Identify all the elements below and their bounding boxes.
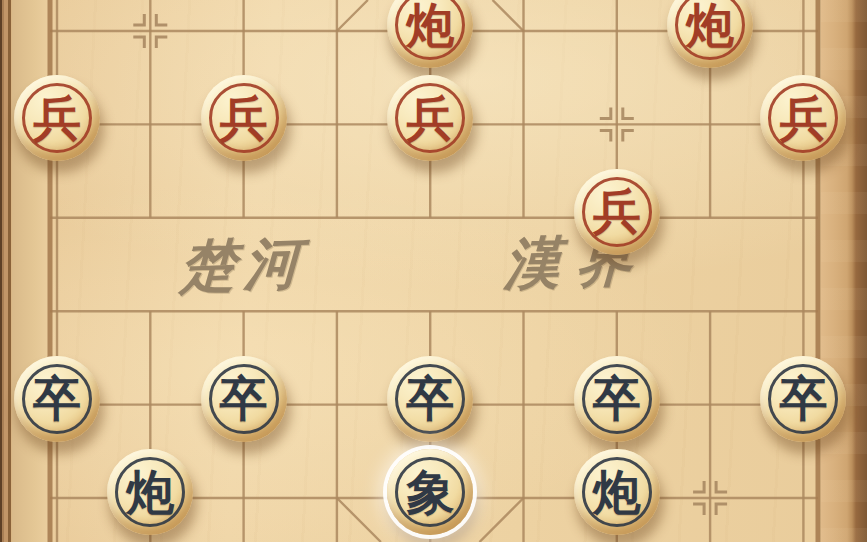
piece-glyph: 卒 — [201, 356, 287, 442]
xiangqi-board[interactable]: 楚河 漢界 炮炮兵兵兵兵兵卒卒卒卒卒炮象炮 — [0, 0, 867, 542]
piece-black-soldier[interactable]: 卒 — [387, 356, 473, 442]
piece-glyph: 兵 — [387, 75, 473, 161]
piece-glyph: 卒 — [14, 356, 100, 442]
piece-glyph: 兵 — [14, 75, 100, 161]
piece-glyph: 卒 — [387, 356, 473, 442]
piece-red-soldier[interactable]: 兵 — [14, 75, 100, 161]
piece-red-soldier[interactable]: 兵 — [387, 75, 473, 161]
piece-glyph: 炮 — [387, 0, 473, 68]
piece-black-soldier[interactable]: 卒 — [574, 356, 660, 442]
piece-glyph: 炮 — [574, 449, 660, 535]
piece-glyph: 兵 — [760, 75, 846, 161]
piece-black-cannon[interactable]: 炮 — [574, 449, 660, 535]
piece-black-elephant[interactable]: 象 — [387, 449, 473, 535]
piece-glyph: 炮 — [107, 449, 193, 535]
piece-glyph: 卒 — [574, 356, 660, 442]
piece-black-cannon[interactable]: 炮 — [107, 449, 193, 535]
piece-red-soldier[interactable]: 兵 — [574, 169, 660, 255]
piece-red-soldier[interactable]: 兵 — [201, 75, 287, 161]
piece-glyph: 卒 — [760, 356, 846, 442]
piece-red-soldier[interactable]: 兵 — [760, 75, 846, 161]
piece-red-cannon[interactable]: 炮 — [387, 0, 473, 68]
river-label-chu: 楚河 — [179, 235, 309, 296]
piece-glyph: 炮 — [667, 0, 753, 68]
piece-black-soldier[interactable]: 卒 — [760, 356, 846, 442]
board-left-edge — [0, 0, 12, 542]
piece-black-soldier[interactable]: 卒 — [14, 356, 100, 442]
piece-black-soldier[interactable]: 卒 — [201, 356, 287, 442]
piece-glyph: 象 — [387, 449, 473, 535]
piece-glyph: 兵 — [201, 75, 287, 161]
piece-red-cannon[interactable]: 炮 — [667, 0, 753, 68]
piece-glyph: 兵 — [574, 169, 660, 255]
